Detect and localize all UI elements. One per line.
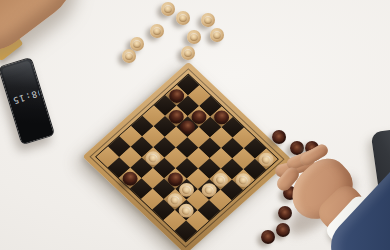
captured-dark-checker[interactable] [272,130,286,144]
captured-light-checker[interactable] [122,49,136,63]
captured-light-checker[interactable] [181,46,195,60]
phone-screen: 08:15 [2,60,52,141]
captured-light-checker[interactable] [176,11,190,25]
captured-dark-checker[interactable] [278,206,292,220]
captured-light-checker[interactable] [150,24,164,38]
captured-light-checker[interactable] [201,13,215,27]
phone: 08:15 [0,57,55,146]
captured-light-checker[interactable] [210,28,224,42]
opponent-forearm [0,0,92,69]
captured-light-checker[interactable] [187,30,201,44]
board-grid [95,73,279,242]
phone-clock-time: 08:15 [11,87,45,106]
captured-dark-checker[interactable] [261,230,275,244]
captured-light-checker[interactable] [161,2,175,16]
checkers-board [82,62,291,250]
